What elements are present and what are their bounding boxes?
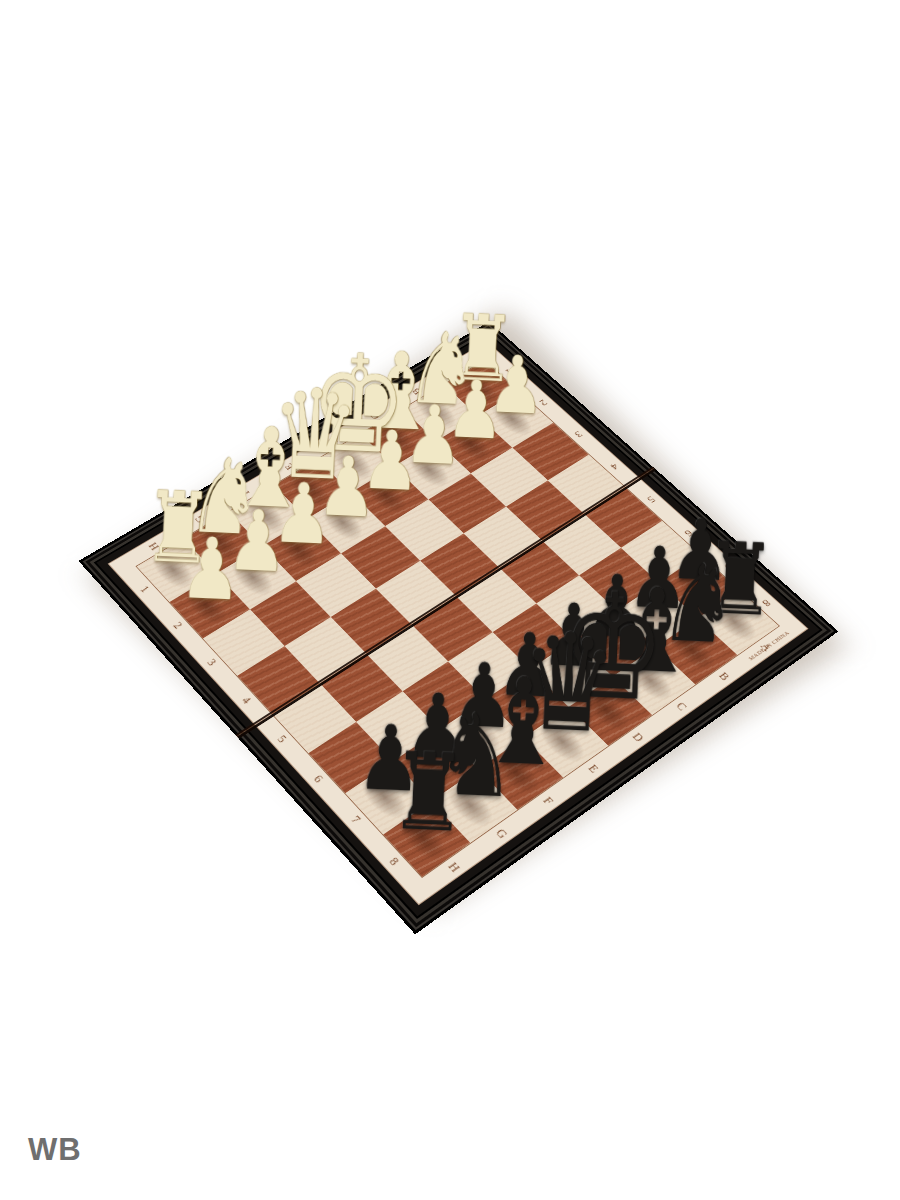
- wb-watermark: WB: [28, 1132, 82, 1168]
- chessboard-scene: 12345678 12345678 ABCDEFGH ABCDEFGH MADE…: [174, 314, 737, 877]
- piece-black-rook-h8: ♜: [366, 736, 492, 847]
- product-photo: 12345678 12345678 ABCDEFGH ABCDEFGH MADE…: [0, 0, 900, 1200]
- board-squares: ♜♟♟♜♞♟♟♞♝♟♟♝♚♟♟♚♛♟♟♛♝♟♟♝♞♟♟♞♜♟♟♜: [137, 361, 779, 877]
- folding-magnetic-chessboard: 12345678 12345678 ABCDEFGH ABCDEFGH MADE…: [78, 322, 838, 935]
- board-face: 12345678 12345678 ABCDEFGH ABCDEFGH MADE…: [108, 341, 809, 905]
- square-h4: [237, 646, 319, 714]
- piece-white-pawn-h2: ♟: [153, 524, 269, 613]
